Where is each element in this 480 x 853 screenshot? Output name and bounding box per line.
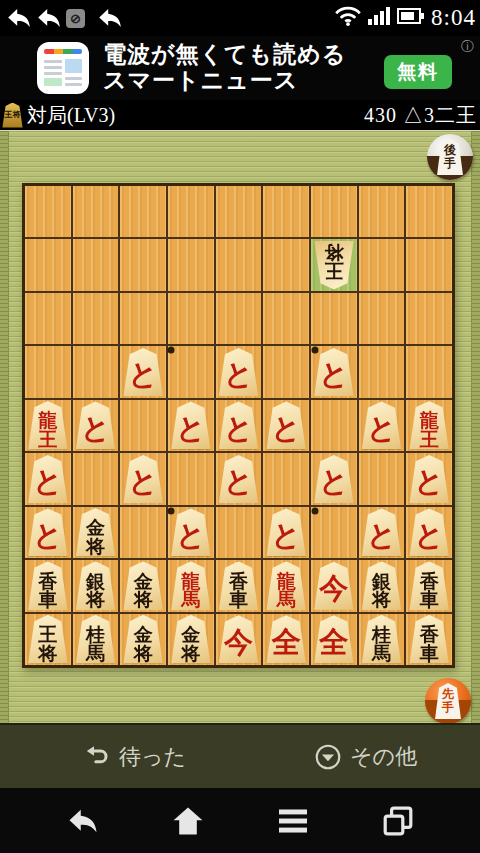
android-nav-bar — [0, 788, 480, 853]
piece-gold[interactable]: 金将 — [123, 561, 164, 610]
board-cell[interactable]: と — [73, 400, 119, 451]
board-cell[interactable]: 金将 — [73, 507, 119, 558]
board-cell[interactable]: 龍王 — [25, 400, 71, 451]
piece-silver[interactable]: 銀将 — [75, 561, 116, 610]
piece-tokin[interactable]: と — [361, 401, 402, 449]
board-cell[interactable] — [168, 239, 214, 290]
piece-promoted-knight[interactable]: 今 — [313, 562, 354, 610]
piece-tokin[interactable]: と — [218, 455, 259, 503]
ad-cta-button[interactable]: 無料 — [384, 55, 452, 89]
ad-title: 電波が無くても読める スマートニュース — [103, 42, 346, 94]
board-cell[interactable] — [263, 186, 309, 237]
board-cell[interactable] — [216, 239, 262, 290]
app-piece-icon: 王将 — [2, 103, 23, 128]
undo-button[interactable]: 待った — [84, 725, 186, 788]
piece-tokin[interactable]: と — [409, 508, 450, 556]
board-cell[interactable]: 桂馬 — [73, 614, 119, 665]
board-cell[interactable] — [73, 453, 119, 504]
piece-tokin[interactable]: と — [409, 455, 450, 503]
board-cell[interactable] — [406, 186, 452, 237]
piece-king-gote[interactable]: 王将 — [313, 241, 354, 290]
board-cell[interactable]: 香車 — [25, 560, 71, 611]
icon-bar-blue — [73, 49, 83, 54]
piece-tokin[interactable]: と — [266, 401, 307, 449]
sync-disabled-icon: ⊘ — [66, 9, 85, 28]
board-cell[interactable] — [168, 186, 214, 237]
board-cell[interactable]: と — [25, 507, 71, 558]
board-cell[interactable]: 龍馬 — [168, 560, 214, 611]
board-cell[interactable]: 王将 — [311, 239, 357, 290]
shogi-board[interactable]: 王将ととと龍王ととととと龍王とととととと金将とととと香車銀将金将龍馬香車龍馬今銀… — [22, 183, 455, 668]
board-cell[interactable] — [311, 400, 357, 451]
board-cell[interactable] — [359, 239, 405, 290]
nav-menu-button[interactable] — [261, 797, 325, 845]
piece-dragon[interactable]: 龍王 — [409, 401, 450, 450]
piece-gold[interactable]: 金将 — [170, 615, 211, 664]
board-cell[interactable] — [263, 239, 309, 290]
piece-tokin[interactable]: と — [123, 455, 164, 503]
board-cell[interactable]: と — [216, 400, 262, 451]
board-cell[interactable]: と — [120, 346, 166, 397]
piece-tokin[interactable]: と — [75, 401, 116, 449]
notification-reply-arrow-icon — [36, 6, 62, 30]
board-cell[interactable]: 全 — [263, 614, 309, 665]
piece-dragon[interactable]: 龍王 — [27, 401, 68, 450]
piece-lance[interactable]: 香車 — [218, 561, 259, 610]
other-dropdown-icon — [315, 744, 341, 770]
board-cell[interactable]: 金将 — [120, 560, 166, 611]
ad-info-icon[interactable]: ⓘ — [461, 38, 474, 56]
piece-lance[interactable]: 香車 — [409, 561, 450, 610]
board-cell[interactable]: 金将 — [168, 614, 214, 665]
tatami-edge-left — [0, 131, 9, 723]
ad-title-line2: スマートニュース — [103, 68, 346, 94]
board-cell[interactable] — [168, 453, 214, 504]
gote-badge: 後手 — [427, 134, 473, 180]
board-cell[interactable] — [73, 239, 119, 290]
board-cell[interactable] — [25, 346, 71, 397]
piece-horse[interactable]: 龍馬 — [266, 561, 307, 610]
board-cell[interactable]: と — [263, 507, 309, 558]
sente-badge: 先手 — [425, 678, 471, 724]
board-cell[interactable]: 王将 — [25, 614, 71, 665]
gote-badge-piece: 後手 — [437, 139, 464, 175]
status-bar: ⊘ — [0, 0, 480, 36]
other-button[interactable]: その他 — [315, 725, 417, 788]
piece-promoted-silver[interactable]: 全 — [313, 615, 354, 663]
piece-tokin[interactable]: と — [27, 508, 68, 556]
board-cell[interactable]: 今 — [311, 560, 357, 611]
board-cell[interactable] — [263, 346, 309, 397]
board-cell[interactable]: 銀将 — [359, 560, 405, 611]
board-cell[interactable]: 今 — [216, 614, 262, 665]
board-cell[interactable] — [25, 186, 71, 237]
board-cell[interactable] — [168, 346, 214, 397]
board-cell[interactable] — [359, 186, 405, 237]
piece-tokin[interactable]: と — [313, 348, 354, 396]
board-cell[interactable]: と — [168, 507, 214, 558]
page-title: 対局(LV3) — [27, 102, 115, 129]
board-cell[interactable] — [263, 293, 309, 344]
board-cell[interactable] — [120, 186, 166, 237]
board-cell[interactable]: と — [120, 453, 166, 504]
clock: 8:04 — [431, 5, 476, 31]
piece-gold[interactable]: 金将 — [123, 615, 164, 664]
tatami-edge-right — [471, 131, 480, 723]
piece-gold[interactable]: 金将 — [75, 508, 116, 557]
board-cell[interactable]: 龍王 — [406, 400, 452, 451]
piece-tokin[interactable]: と — [123, 348, 164, 396]
undo-label: 待った — [119, 742, 186, 772]
ad-banner[interactable]: 電波が無くても読める スマートニュース 無料 ⓘ — [0, 36, 480, 100]
board-cell[interactable]: と — [25, 453, 71, 504]
signal-bars-icon — [368, 7, 390, 29]
other-label: その他 — [350, 742, 417, 772]
board-cell[interactable]: 龍馬 — [263, 560, 309, 611]
board-cell[interactable]: 全 — [311, 614, 357, 665]
board-cell[interactable]: 銀将 — [73, 560, 119, 611]
board-cell[interactable] — [120, 293, 166, 344]
board-cell[interactable] — [25, 293, 71, 344]
board-cell[interactable] — [73, 346, 119, 397]
board-cell[interactable] — [359, 453, 405, 504]
piece-promoted-knight[interactable]: 今 — [218, 615, 259, 663]
board-cell[interactable] — [120, 239, 166, 290]
board-cell[interactable] — [216, 186, 262, 237]
piece-tokin[interactable]: と — [170, 508, 211, 556]
piece-tokin[interactable]: と — [313, 455, 354, 503]
nav-back-button[interactable] — [51, 797, 115, 845]
piece-tokin[interactable]: と — [27, 455, 68, 503]
piece-silver[interactable]: 銀将 — [361, 561, 402, 610]
board-cell[interactable] — [216, 507, 262, 558]
notification-reply-arrow-icon — [97, 6, 123, 30]
board-cell[interactable] — [73, 293, 119, 344]
sente-badge-piece: 先手 — [435, 683, 462, 719]
board-cell[interactable]: と — [168, 400, 214, 451]
board-cell[interactable]: と — [216, 346, 262, 397]
nav-home-button[interactable] — [156, 797, 220, 845]
board-cell[interactable]: と — [311, 346, 357, 397]
undo-icon — [84, 745, 110, 769]
piece-tokin[interactable]: と — [266, 508, 307, 556]
board-cell[interactable] — [311, 293, 357, 344]
board-cell[interactable]: 金将 — [120, 614, 166, 665]
piece-tokin[interactable]: と — [218, 348, 259, 396]
nav-recents-button[interactable] — [366, 797, 430, 845]
board-cell[interactable]: と — [359, 507, 405, 558]
control-bar: 待った その他 — [0, 723, 480, 788]
board-cell[interactable] — [406, 293, 452, 344]
board-cell[interactable]: と — [311, 453, 357, 504]
piece-tokin[interactable]: と — [170, 401, 211, 449]
game-header: 王将 対局(LV3) 430 △3二王 — [0, 100, 480, 130]
tatami-background: 王将ととと龍王ととととと龍王とととととと金将とととと香車銀将金将龍馬香車龍馬今銀… — [0, 130, 480, 723]
icon-bar-red — [44, 49, 54, 54]
board-cell[interactable] — [311, 507, 357, 558]
board-cell[interactable]: と — [216, 453, 262, 504]
board-cell[interactable] — [359, 293, 405, 344]
piece-lance[interactable]: 香車 — [409, 615, 450, 664]
board-cell[interactable] — [73, 186, 119, 237]
piece-tokin[interactable]: と — [218, 401, 259, 449]
move-counter: 430 △3二王 — [364, 102, 480, 129]
board-cell[interactable] — [263, 453, 309, 504]
board-cell[interactable]: 香車 — [406, 560, 452, 611]
board-cell[interactable]: と — [406, 507, 452, 558]
board-cell[interactable]: と — [406, 453, 452, 504]
board-cell[interactable] — [311, 186, 357, 237]
wifi-icon — [335, 6, 361, 30]
board-cell[interactable] — [216, 293, 262, 344]
ad-title-line1: 電波が無くても読める — [103, 42, 346, 68]
board-cell[interactable] — [120, 400, 166, 451]
board-cell[interactable] — [25, 239, 71, 290]
board-cell[interactable]: 香車 — [406, 614, 452, 665]
piece-knight[interactable]: 桂馬 — [361, 615, 402, 664]
board-cell[interactable] — [359, 346, 405, 397]
board-cell[interactable]: 香車 — [216, 560, 262, 611]
smartnews-app-icon — [37, 42, 89, 94]
board-cell[interactable] — [120, 507, 166, 558]
notification-reply-arrow-icon — [6, 6, 32, 30]
board-cell[interactable]: 桂馬 — [359, 614, 405, 665]
piece-horse[interactable]: 龍馬 — [170, 561, 211, 610]
board-cell[interactable] — [406, 346, 452, 397]
board-cell[interactable] — [168, 293, 214, 344]
board-cell[interactable]: と — [359, 400, 405, 451]
battery-icon — [397, 8, 424, 28]
icon-bar-orange — [54, 49, 64, 54]
board-cell[interactable] — [406, 239, 452, 290]
piece-knight[interactable]: 桂馬 — [75, 615, 116, 664]
icon-bar-green — [63, 49, 73, 54]
board-cell[interactable]: と — [263, 400, 309, 451]
piece-king[interactable]: 王将 — [27, 615, 68, 664]
piece-promoted-silver[interactable]: 全 — [266, 615, 307, 663]
piece-tokin[interactable]: と — [361, 508, 402, 556]
piece-lance[interactable]: 香車 — [27, 561, 68, 610]
